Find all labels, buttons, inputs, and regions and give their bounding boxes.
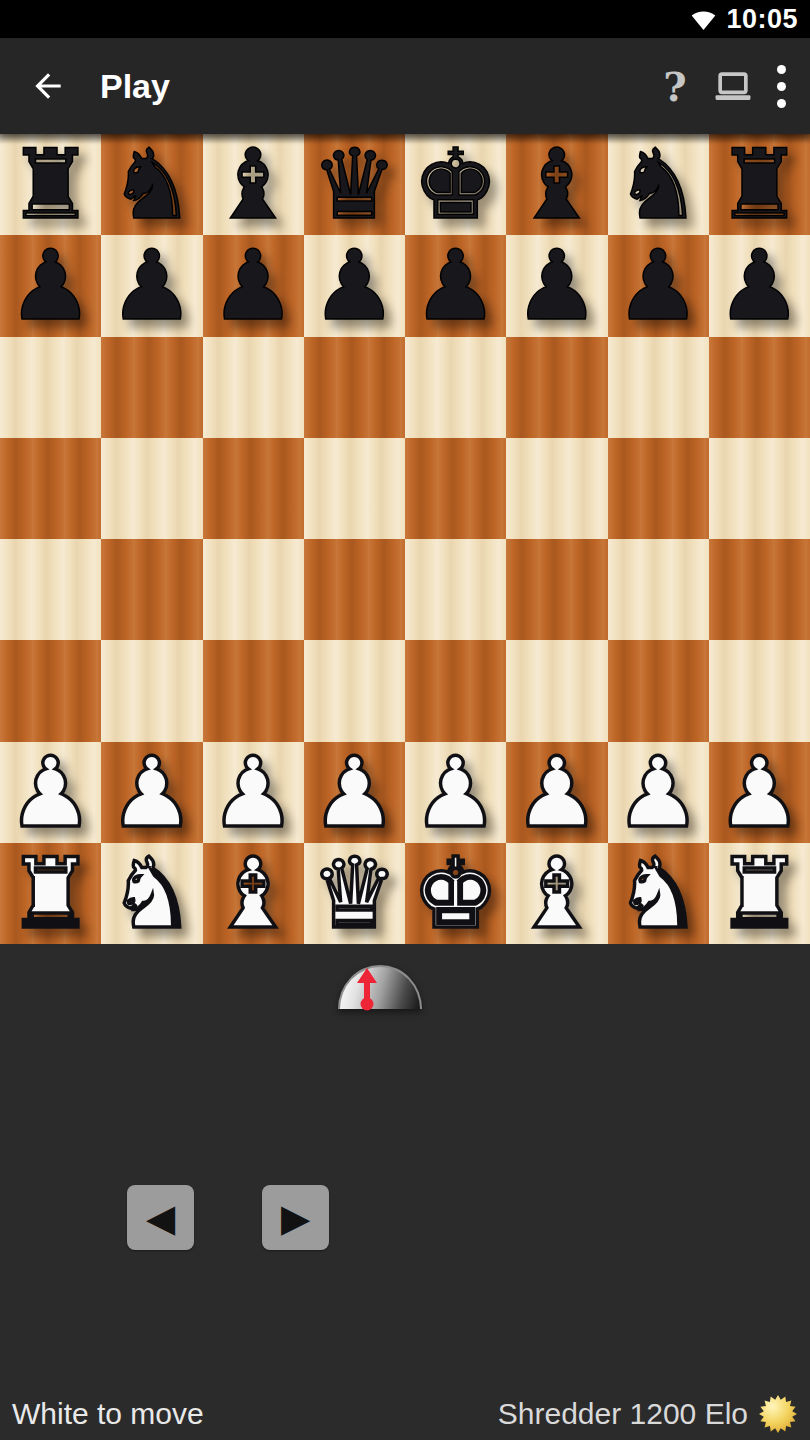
square-f5[interactable] [506, 438, 607, 539]
square-e2[interactable]: ♟ [405, 742, 506, 843]
square-h5[interactable] [709, 438, 810, 539]
piece-black-bishop: ♝ [513, 134, 600, 235]
square-d6[interactable] [304, 337, 405, 438]
square-h3[interactable] [709, 640, 810, 741]
piece-white-rook: ♜ [7, 843, 94, 944]
piece-black-pawn: ♟ [7, 235, 94, 336]
square-a7[interactable]: ♟ [0, 235, 101, 336]
left-triangle-icon: ◀ [146, 1199, 175, 1237]
piece-black-bishop: ♝ [210, 134, 297, 235]
status-bar: 10:05 [0, 0, 810, 38]
square-b4[interactable] [101, 539, 202, 640]
piece-white-knight: ♞ [108, 843, 195, 944]
square-c4[interactable] [203, 539, 304, 640]
overflow-menu-icon [777, 65, 786, 108]
square-c7[interactable]: ♟ [203, 235, 304, 336]
square-g8[interactable]: ♞ [608, 134, 709, 235]
piece-black-pawn: ♟ [108, 235, 195, 336]
square-c6[interactable] [203, 337, 304, 438]
square-d8[interactable]: ♛ [304, 134, 405, 235]
status-time: 10:05 [726, 4, 798, 35]
square-f7[interactable]: ♟ [506, 235, 607, 336]
square-b2[interactable]: ♟ [101, 742, 202, 843]
piece-black-queen: ♛ [311, 134, 398, 235]
square-d2[interactable]: ♟ [304, 742, 405, 843]
piece-black-pawn: ♟ [615, 235, 702, 336]
square-b6[interactable] [101, 337, 202, 438]
right-triangle-icon: ▶ [281, 1199, 310, 1237]
square-g5[interactable] [608, 438, 709, 539]
square-d7[interactable]: ♟ [304, 235, 405, 336]
piece-white-knight: ♞ [615, 843, 702, 944]
piece-black-pawn: ♟ [311, 235, 398, 336]
square-a6[interactable] [0, 337, 101, 438]
help-button[interactable]: ? [646, 57, 704, 115]
piece-black-pawn: ♟ [716, 235, 803, 336]
square-h1[interactable]: ♜ [709, 843, 810, 944]
piece-white-pawn: ♟ [716, 742, 803, 843]
piece-white-bishop: ♝ [210, 843, 297, 944]
square-b1[interactable]: ♞ [101, 843, 202, 944]
square-f4[interactable] [506, 539, 607, 640]
square-a3[interactable] [0, 640, 101, 741]
piece-black-rook: ♜ [7, 134, 94, 235]
square-f6[interactable] [506, 337, 607, 438]
piece-white-pawn: ♟ [108, 742, 195, 843]
square-a1[interactable]: ♜ [0, 843, 101, 944]
square-h8[interactable]: ♜ [709, 134, 810, 235]
piece-white-bishop: ♝ [513, 843, 600, 944]
square-e8[interactable]: ♚ [405, 134, 506, 235]
square-c1[interactable]: ♝ [203, 843, 304, 944]
square-b3[interactable] [101, 640, 202, 741]
square-e5[interactable] [405, 438, 506, 539]
square-e6[interactable] [405, 337, 506, 438]
square-d1[interactable]: ♛ [304, 843, 405, 944]
square-d5[interactable] [304, 438, 405, 539]
square-c3[interactable] [203, 640, 304, 741]
piece-white-king: ♚ [412, 843, 499, 944]
square-d3[interactable] [304, 640, 405, 741]
square-a5[interactable] [0, 438, 101, 539]
computer-play-button[interactable] [704, 57, 762, 115]
square-e3[interactable] [405, 640, 506, 741]
square-h2[interactable]: ♟ [709, 742, 810, 843]
piece-white-pawn: ♟ [412, 742, 499, 843]
square-a2[interactable]: ♟ [0, 742, 101, 843]
piece-black-pawn: ♟ [513, 235, 600, 336]
square-a8[interactable]: ♜ [0, 134, 101, 235]
square-g7[interactable]: ♟ [608, 235, 709, 336]
square-f8[interactable]: ♝ [506, 134, 607, 235]
square-a4[interactable] [0, 539, 101, 640]
back-arrow-icon [29, 67, 67, 105]
piece-black-knight: ♞ [108, 134, 195, 235]
piece-white-queen: ♛ [311, 843, 398, 944]
square-f1[interactable]: ♝ [506, 843, 607, 944]
help-icon: ? [663, 63, 686, 110]
piece-white-pawn: ♟ [210, 742, 297, 843]
footer-status-bar: White to move Shredder 1200 Elo [0, 1388, 810, 1440]
square-b5[interactable] [101, 438, 202, 539]
elo-sunburst-icon [758, 1394, 798, 1434]
piece-white-pawn: ♟ [7, 742, 94, 843]
square-h4[interactable] [709, 539, 810, 640]
wifi-icon [690, 6, 717, 33]
piece-black-king: ♚ [412, 134, 499, 235]
square-b8[interactable]: ♞ [101, 134, 202, 235]
page-title: Play [100, 67, 646, 106]
piece-white-pawn: ♟ [311, 742, 398, 843]
square-c8[interactable]: ♝ [203, 134, 304, 235]
square-g6[interactable] [608, 337, 709, 438]
piece-black-pawn: ♟ [210, 235, 297, 336]
square-h7[interactable]: ♟ [709, 235, 810, 336]
square-f2[interactable]: ♟ [506, 742, 607, 843]
square-g1[interactable]: ♞ [608, 843, 709, 944]
piece-black-rook: ♜ [716, 134, 803, 235]
turn-status: White to move [12, 1397, 204, 1431]
square-c5[interactable] [203, 438, 304, 539]
evaluation-meter[interactable] [338, 965, 422, 1009]
move-back-button[interactable]: ◀ [127, 1185, 194, 1250]
chess-board[interactable]: ♜♞♝♛♚♝♞♜♟♟♟♟♟♟♟♟♟♟♟♟♟♟♟♟♜♞♝♛♚♝♞♜ [0, 134, 810, 944]
square-e4[interactable] [405, 539, 506, 640]
move-forward-button[interactable]: ▶ [262, 1185, 329, 1250]
overflow-menu-button[interactable] [762, 57, 810, 115]
computer-play-icon [711, 64, 755, 108]
square-g3[interactable] [608, 640, 709, 741]
piece-white-rook: ♜ [716, 843, 803, 944]
piece-black-knight: ♞ [615, 134, 702, 235]
app-bar: Play ? [0, 38, 810, 134]
square-h6[interactable] [709, 337, 810, 438]
square-g2[interactable]: ♟ [608, 742, 709, 843]
square-b7[interactable]: ♟ [101, 235, 202, 336]
square-g4[interactable] [608, 539, 709, 640]
square-e1[interactable]: ♚ [405, 843, 506, 944]
piece-white-pawn: ♟ [615, 742, 702, 843]
piece-black-pawn: ♟ [412, 235, 499, 336]
square-f3[interactable] [506, 640, 607, 741]
square-c2[interactable]: ♟ [203, 742, 304, 843]
square-e7[interactable]: ♟ [405, 235, 506, 336]
square-d4[interactable] [304, 539, 405, 640]
piece-white-pawn: ♟ [513, 742, 600, 843]
back-button[interactable] [22, 60, 74, 112]
engine-level-label: Shredder 1200 Elo [498, 1397, 748, 1431]
